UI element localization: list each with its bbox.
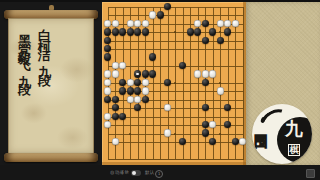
white-stone: [142, 87, 149, 94]
white-stone: [104, 121, 111, 128]
move-badge: 1: [155, 170, 163, 178]
white-player-column: 白柯洁九段: [35, 19, 53, 72]
black-stone: [232, 138, 239, 145]
white-stone: [112, 62, 119, 69]
white-stone: [232, 20, 239, 27]
white-stone: [209, 70, 216, 77]
bottom-bar: 自动播放 默认 1: [0, 165, 320, 180]
white-stone: [104, 79, 111, 86]
black-stone: [224, 121, 231, 128]
playback-toggle[interactable]: [131, 170, 141, 176]
black-stone: [164, 79, 171, 86]
black-stone: [187, 28, 194, 35]
black-stone: [179, 62, 186, 69]
mode-label: 默认: [145, 170, 155, 175]
black-stone: [149, 70, 156, 77]
fullscreen-icon[interactable]: [306, 169, 315, 178]
white-stone: [127, 20, 134, 27]
white-stone: [164, 104, 171, 111]
black-stone: [112, 104, 119, 111]
white-stone: [194, 70, 201, 77]
white-stone: [149, 11, 156, 18]
white-stone: [104, 20, 111, 27]
logo-char-nine: 九: [285, 117, 303, 141]
stage: 白柯洁九段 黑党毅飞九段 九 围 棋: [0, 2, 320, 165]
brand-panel: 九 围 棋: [246, 2, 320, 165]
white-stone: [202, 70, 209, 77]
black-stone: [104, 96, 111, 103]
white-stone: [224, 20, 231, 27]
black-stone: [179, 138, 186, 145]
black-stone: [104, 37, 111, 44]
black-stone: [119, 28, 126, 35]
white-stone: [217, 20, 224, 27]
black-stone: [134, 87, 141, 94]
black-stone: [112, 28, 119, 35]
black-color-label: 黑: [17, 24, 32, 32]
logo-tick-dot: [304, 154, 307, 157]
black-player-rank: 九段: [17, 64, 32, 80]
black-stone: [119, 113, 126, 120]
black-stone: [164, 3, 171, 10]
black-stone: [224, 28, 231, 35]
white-stone: [119, 62, 126, 69]
white-player-rank: 九段: [37, 54, 52, 72]
white-stone: [194, 20, 201, 27]
stones-layer: [104, 2, 247, 162]
white-stone: [104, 113, 111, 120]
logo-char-wei: 围: [254, 133, 268, 151]
black-stone: [142, 28, 149, 35]
white-stone: [164, 129, 171, 136]
black-stone: [104, 28, 111, 35]
black-stone: [134, 28, 141, 35]
white-stone: [104, 87, 111, 94]
white-stone: [134, 96, 141, 103]
black-stone: [209, 28, 216, 35]
black-player-column: 黑党毅飞九段: [15, 24, 33, 80]
white-stone: [217, 87, 224, 94]
white-color-label: 白: [37, 19, 52, 28]
black-stone: [119, 79, 126, 86]
white-stone: [209, 121, 216, 128]
white-player-name: 柯洁: [37, 28, 52, 46]
black-stone: [134, 104, 141, 111]
white-stone: [104, 70, 111, 77]
white-stone: [239, 138, 246, 145]
black-stone: [127, 87, 134, 94]
black-stone: [142, 70, 149, 77]
black-stone: [209, 138, 216, 145]
autoplay-label: 自动播放: [110, 170, 129, 175]
last-move-marker: [136, 73, 138, 75]
black-stone: [224, 104, 231, 111]
black-stone: [157, 11, 164, 18]
white-stone: [127, 96, 134, 103]
black-stone: [127, 28, 134, 35]
white-stone: [142, 79, 149, 86]
black-stone: [217, 37, 224, 44]
toggle-knob: [132, 171, 137, 176]
black-stone: [202, 129, 209, 136]
black-stone: [202, 104, 209, 111]
scroll-body: 白柯洁九段 黑党毅飞九段: [8, 18, 94, 154]
black-stone: [119, 87, 126, 94]
go-board[interactable]: [102, 2, 246, 165]
black-stone: [149, 53, 156, 60]
logo-char-qi: 棋: [288, 144, 300, 156]
white-stone: [112, 20, 119, 27]
brand-logo: 九 围 棋: [251, 103, 313, 165]
black-stone: [202, 37, 209, 44]
black-stone: [202, 79, 209, 86]
black-stone: [134, 79, 141, 86]
white-stone: [142, 20, 149, 27]
black-stone: [104, 45, 111, 52]
black-stone: [112, 113, 119, 120]
white-stone: [112, 70, 119, 77]
black-stone: [194, 28, 201, 35]
white-stone: [112, 138, 119, 145]
logo-circle: 九 围 棋: [252, 104, 312, 164]
player-scroll: 白柯洁九段 黑党毅飞九段: [5, 10, 97, 162]
black-stone: [202, 121, 209, 128]
black-stone: [112, 96, 119, 103]
player-panel: 白柯洁九段 黑党毅飞九段: [0, 2, 102, 165]
black-stone: [104, 53, 111, 60]
black-player-name: 党毅飞: [17, 32, 32, 56]
black-stone: [142, 96, 149, 103]
white-stone: [134, 20, 141, 27]
black-stone: [134, 70, 141, 77]
black-stone: [202, 20, 209, 27]
scroll-bottom-roller: [4, 153, 98, 162]
white-stone: [127, 79, 134, 86]
